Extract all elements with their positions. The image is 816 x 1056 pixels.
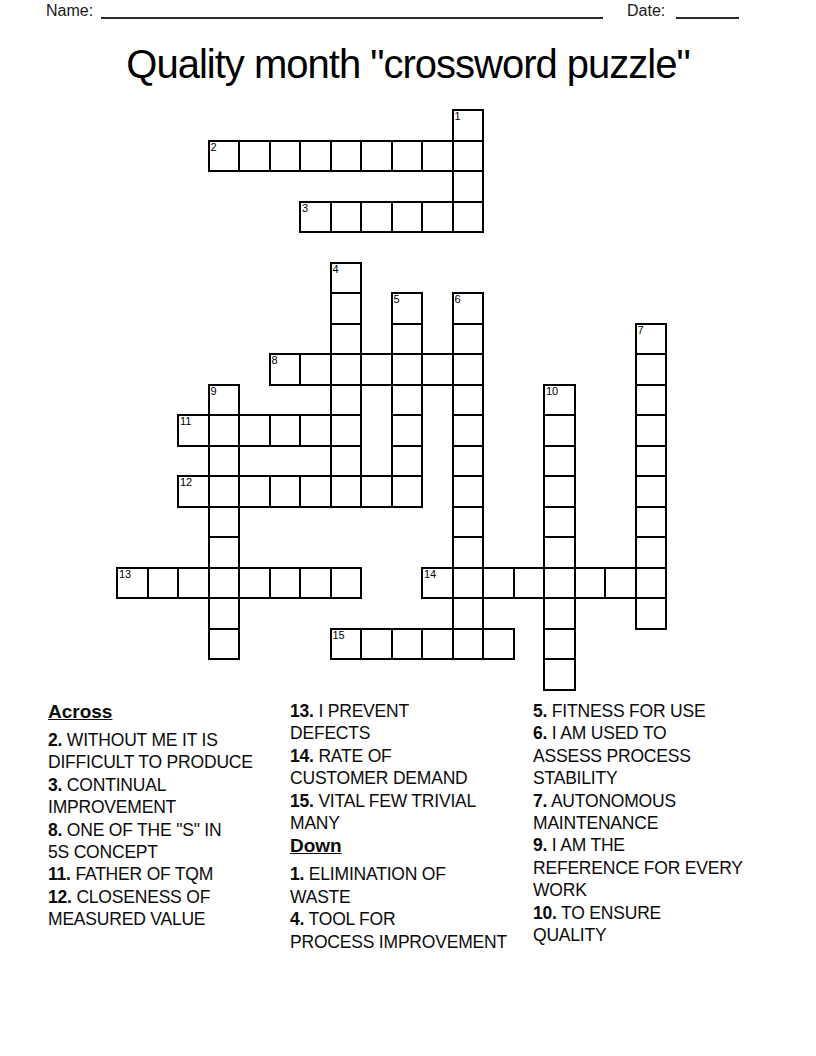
grid-cell[interactable]: 2 <box>209 141 240 172</box>
clue: 10. TO ENSURE QUALITY <box>533 902 788 947</box>
grid-cell[interactable] <box>392 202 423 233</box>
grid-cell[interactable] <box>544 446 575 477</box>
grid-cell[interactable] <box>361 354 392 385</box>
clue-number: 12. <box>48 887 72 907</box>
cell-number: 8 <box>272 355 278 366</box>
clue: 11. FATHER OF TQM <box>48 863 288 885</box>
grid-cell[interactable]: 9 <box>209 385 240 416</box>
grid-cell[interactable] <box>453 629 484 660</box>
grid-cell[interactable] <box>453 415 484 446</box>
grid-cell[interactable]: 12 <box>178 476 209 507</box>
name-blank-line <box>101 1 603 19</box>
clue-number: 2. <box>48 730 62 750</box>
grid-cell[interactable] <box>239 476 270 507</box>
grid-cell[interactable] <box>636 568 667 599</box>
grid-cell[interactable] <box>178 568 209 599</box>
clue-number: 7. <box>533 791 547 811</box>
grid-cell[interactable] <box>636 415 667 446</box>
grid-cell[interactable] <box>392 141 423 172</box>
clue: 1. ELIMINATION OF WASTE <box>290 863 533 908</box>
grid-cell[interactable] <box>270 141 301 172</box>
clue-list-heading: Down <box>290 834 533 858</box>
grid-cell[interactable]: 7 <box>636 324 667 355</box>
grid-cell[interactable]: 6 <box>453 293 484 324</box>
grid-cell[interactable] <box>300 354 331 385</box>
date-blank-line <box>676 1 739 19</box>
grid-cell[interactable] <box>483 568 514 599</box>
grid-cell[interactable] <box>300 568 331 599</box>
clue-text: I AM THE REFERENCE FOR EVERY WORK <box>533 835 743 900</box>
grid-cell[interactable] <box>422 202 453 233</box>
grid-cell[interactable] <box>453 537 484 568</box>
cell-number: 12 <box>180 477 192 488</box>
grid-cell[interactable] <box>331 141 362 172</box>
clue-text: WITHOUT ME IT IS DIFFICULT TO PRODUCE <box>48 730 253 772</box>
grid-cell[interactable] <box>148 568 179 599</box>
grid-cell[interactable] <box>331 324 362 355</box>
clue: 9. I AM THE REFERENCE FOR EVERY WORK <box>533 834 788 901</box>
grid-cell[interactable] <box>239 141 270 172</box>
clue-text: ELIMINATION OF WASTE <box>290 864 446 906</box>
clue-number: 6. <box>533 723 547 743</box>
grid-cell[interactable] <box>422 629 453 660</box>
cell-number: 3 <box>302 203 308 214</box>
grid-cell[interactable] <box>392 415 423 446</box>
grid-cell[interactable]: 11 <box>178 415 209 446</box>
grid-cell[interactable] <box>331 293 362 324</box>
clue-number: 1. <box>290 864 304 884</box>
grid-cell[interactable] <box>453 354 484 385</box>
clue-text: FITNESS FOR USE <box>547 701 705 721</box>
grid-cell[interactable] <box>544 629 575 660</box>
grid-cell[interactable] <box>209 568 240 599</box>
grid-cell[interactable]: 3 <box>300 202 331 233</box>
name-label: Name: <box>46 2 93 20</box>
clue-text: VITAL FEW TRIVIAL MANY <box>290 791 476 833</box>
clue-column-across: Across2. WITHOUT ME IT IS DIFFICULT TO P… <box>48 700 288 931</box>
grid-cell[interactable] <box>209 598 240 629</box>
grid-cell[interactable]: 14 <box>422 568 453 599</box>
grid-cell[interactable] <box>453 598 484 629</box>
clue-text: ONE OF THE "S" IN 5S CONCEPT <box>48 820 221 862</box>
grid-cell[interactable]: 15 <box>331 629 362 660</box>
clue-text: FATHER OF TQM <box>71 864 213 884</box>
grid-cell[interactable] <box>514 568 545 599</box>
clue: 13. I PREVENT DEFECTS <box>290 700 533 745</box>
cell-number: 5 <box>394 294 400 305</box>
cell-number: 13 <box>119 569 131 580</box>
grid-cell[interactable] <box>636 537 667 568</box>
grid-cell[interactable] <box>209 446 240 477</box>
clue-number: 15. <box>290 791 314 811</box>
cell-number: 11 <box>180 416 191 427</box>
grid-cell[interactable] <box>270 476 301 507</box>
clue-text: AUTONOMOUS MAINTENANCE <box>533 791 676 833</box>
grid-cell[interactable] <box>239 568 270 599</box>
clue-text: I AM USED TO ASSESS PROCESS STABILITY <box>533 723 691 788</box>
grid-cell[interactable] <box>575 568 606 599</box>
grid-cell[interactable] <box>453 476 484 507</box>
grid-cell[interactable] <box>392 476 423 507</box>
grid-cell[interactable]: 5 <box>392 293 423 324</box>
clue-text: CONTINUAL IMPROVEMENT <box>48 775 176 817</box>
grid-cell[interactable]: 1 <box>453 110 484 141</box>
clue-text: RATE OF CUSTOMER DEMAND <box>290 746 468 788</box>
clue-number: 8. <box>48 820 62 840</box>
clue: 5. FITNESS FOR USE <box>533 700 788 722</box>
grid-cell[interactable] <box>209 507 240 538</box>
grid-cell[interactable] <box>209 537 240 568</box>
cell-number: 7 <box>638 325 644 336</box>
clue-list-heading: Across <box>48 700 288 724</box>
clue-number: 14. <box>290 746 314 766</box>
grid-cell[interactable] <box>392 324 423 355</box>
cell-number: 10 <box>546 386 558 397</box>
grid-cell[interactable] <box>300 476 331 507</box>
grid-cell[interactable] <box>331 476 362 507</box>
grid-cell[interactable] <box>331 446 362 477</box>
grid-cell[interactable] <box>300 141 331 172</box>
grid-cell[interactable] <box>636 446 667 477</box>
grid-cell[interactable] <box>209 476 240 507</box>
grid-cell[interactable] <box>636 476 667 507</box>
grid-cell[interactable] <box>483 629 514 660</box>
grid-cell[interactable]: 13 <box>117 568 148 599</box>
clue-number: 9. <box>533 835 547 855</box>
grid-cell[interactable] <box>331 568 362 599</box>
grid-cell[interactable] <box>361 202 392 233</box>
grid-cell[interactable] <box>209 629 240 660</box>
grid-cell[interactable] <box>453 171 484 202</box>
cell-number: 14 <box>424 569 436 580</box>
clue: 14. RATE OF CUSTOMER DEMAND <box>290 745 533 790</box>
clue: 3. CONTINUAL IMPROVEMENT <box>48 774 288 819</box>
grid-cell[interactable] <box>636 507 667 538</box>
grid-cell[interactable] <box>331 354 362 385</box>
grid-cell[interactable] <box>453 141 484 172</box>
grid-cell[interactable] <box>605 568 636 599</box>
clue-number: 4. <box>290 909 304 929</box>
clue: 8. ONE OF THE "S" IN 5S CONCEPT <box>48 819 288 864</box>
grid-cell[interactable] <box>422 354 453 385</box>
grid-cell[interactable] <box>636 385 667 416</box>
clue-number: 5. <box>533 701 547 721</box>
grid-cell[interactable] <box>392 629 423 660</box>
clue: 7. AUTONOMOUS MAINTENANCE <box>533 790 788 835</box>
cell-number: 4 <box>333 264 339 275</box>
clue-text: TOOL FOR PROCESS IMPROVEMENT <box>290 909 507 951</box>
grid-cell[interactable] <box>300 415 331 446</box>
clue-text: CLOSENESS OF MEASURED VALUE <box>48 887 210 929</box>
cell-number: 2 <box>211 142 217 153</box>
grid-cell[interactable]: 4 <box>331 263 362 294</box>
clue-column-down: 5. FITNESS FOR USE6. I AM USED TO ASSESS… <box>533 700 788 946</box>
grid-cell[interactable] <box>239 415 270 446</box>
grid-cell[interactable]: 10 <box>544 385 575 416</box>
grid-cell[interactable] <box>453 202 484 233</box>
clue-number: 11. <box>48 864 71 884</box>
grid-cell[interactable] <box>453 324 484 355</box>
grid-cell[interactable] <box>392 385 423 416</box>
grid-cell[interactable] <box>422 141 453 172</box>
cell-number: 15 <box>333 630 345 641</box>
date-label: Date: <box>627 2 665 20</box>
grid-cell[interactable]: 8 <box>270 354 301 385</box>
clue: 15. VITAL FEW TRIVIAL MANY <box>290 790 533 835</box>
grid-cell[interactable] <box>453 385 484 416</box>
grid-cell[interactable] <box>270 568 301 599</box>
grid-cell[interactable] <box>209 415 240 446</box>
grid-cell[interactable] <box>544 568 575 599</box>
grid-cell[interactable] <box>544 537 575 568</box>
clue: 2. WITHOUT ME IT IS DIFFICULT TO PRODUCE <box>48 729 288 774</box>
grid-cell[interactable] <box>361 629 392 660</box>
clue-column-middle: 13. I PREVENT DEFECTS14. RATE OF CUSTOME… <box>290 700 533 953</box>
grid-cell[interactable] <box>453 507 484 538</box>
clue-number: 13. <box>290 701 314 721</box>
cell-number: 1 <box>455 111 461 122</box>
grid-cell[interactable] <box>544 507 575 538</box>
crossword-grid: 123456789101112131415 <box>117 110 667 691</box>
grid-cell[interactable] <box>331 202 362 233</box>
grid-cell[interactable] <box>331 385 362 416</box>
clue-number: 3. <box>48 775 62 795</box>
grid-cell[interactable] <box>270 415 301 446</box>
grid-cell[interactable] <box>544 415 575 446</box>
grid-cell[interactable] <box>361 476 392 507</box>
clue: 6. I AM USED TO ASSESS PROCESS STABILITY <box>533 722 788 789</box>
grid-cell[interactable] <box>636 598 667 629</box>
grid-cell[interactable] <box>392 354 423 385</box>
grid-cell[interactable] <box>453 568 484 599</box>
cell-number: 9 <box>211 386 217 397</box>
grid-cell[interactable] <box>636 354 667 385</box>
worksheet-page: Name: Date: Quality month "crossword puz… <box>0 0 816 1056</box>
grid-cell[interactable] <box>544 659 575 690</box>
grid-cell[interactable] <box>392 446 423 477</box>
puzzle-title: Quality month "crossword puzzle" <box>0 42 816 87</box>
clue-number: 10. <box>533 903 557 923</box>
grid-cell[interactable] <box>544 598 575 629</box>
clue: 4. TOOL FOR PROCESS IMPROVEMENT <box>290 908 533 953</box>
grid-cell[interactable] <box>331 415 362 446</box>
cell-number: 6 <box>455 294 461 305</box>
clue: 12. CLOSENESS OF MEASURED VALUE <box>48 886 288 931</box>
grid-cell[interactable] <box>544 476 575 507</box>
grid-cell[interactable] <box>453 446 484 477</box>
grid-cell[interactable] <box>361 141 392 172</box>
